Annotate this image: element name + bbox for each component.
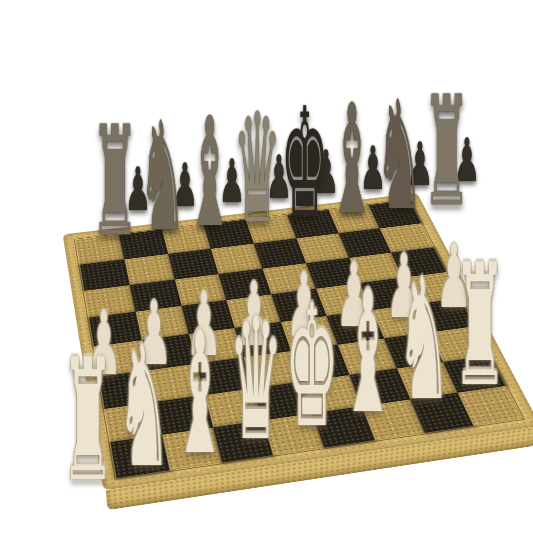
piece-white-king-e1[interactable]: ♚ (285, 282, 339, 450)
piece-black-king-e8[interactable]: ♚ (280, 90, 328, 241)
piece-black-knight-b8[interactable]: ♞ (138, 103, 186, 254)
piece-black-rook-h8[interactable]: ♜ (423, 77, 471, 228)
piece-black-queen-d8[interactable]: ♛ (233, 95, 281, 246)
piece-white-knight-g1[interactable]: ♞ (397, 255, 451, 423)
chess-set-photo-scene: ♟♟♟♟♟♟♟♟♜♞♝♛♚♝♞♜♟♟♟♟♟♟♟♟♜♞♝♛♚♝♞♜ (0, 0, 533, 533)
piece-white-knight-b1[interactable]: ♞ (117, 322, 171, 490)
piece-black-bishop-c8[interactable]: ♝ (186, 99, 234, 250)
piece-white-bishop-c1[interactable]: ♝ (173, 309, 227, 477)
piece-white-queen-d1[interactable]: ♛ (229, 295, 283, 463)
piece-white-rook-a1[interactable]: ♜ (61, 336, 115, 504)
piece-white-bishop-f1[interactable]: ♝ (341, 268, 395, 436)
piece-black-bishop-f8[interactable]: ♝ (328, 86, 376, 237)
piece-white-rook-h1[interactable]: ♜ (453, 241, 507, 409)
piece-black-rook-a8[interactable]: ♜ (91, 107, 139, 258)
piece-black-knight-g8[interactable]: ♞ (375, 82, 423, 233)
